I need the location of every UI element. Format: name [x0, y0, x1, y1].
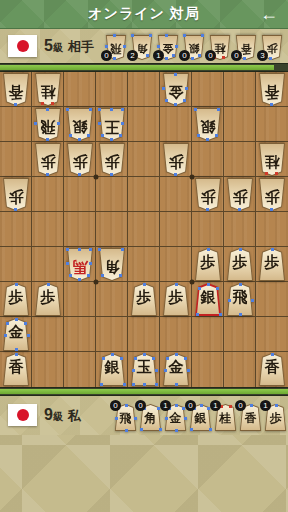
- move-direction-dot: [110, 138, 113, 141]
- board-cell-1-8[interactable]: 金: [0, 317, 32, 352]
- shogi-piece-歩[interactable]: 歩: [194, 248, 222, 281]
- move-direction-dot: [164, 369, 167, 372]
- board-cell-9-2[interactable]: [256, 107, 288, 142]
- board-cell-1-4[interactable]: 歩: [0, 177, 32, 212]
- piece-kanji: 歩: [98, 154, 126, 169]
- move-direction-dot: [174, 173, 177, 176]
- move-direction-dot: [201, 35, 204, 38]
- move-direction-dot: [198, 54, 201, 57]
- opponent-name: 相手: [68, 39, 94, 54]
- piece-kanji: 金: [2, 325, 30, 340]
- shogi-piece-歩[interactable]: 歩: [226, 248, 254, 281]
- my-hand-tray: 飛0角0金1銀0桂1香0歩1: [112, 402, 287, 432]
- move-direction-dot: [89, 248, 92, 251]
- board-cell-3-9[interactable]: [64, 352, 96, 387]
- board-cell-1-1[interactable]: 香: [0, 72, 32, 107]
- my-time-fill: [0, 389, 288, 394]
- move-direction-dot: [121, 108, 124, 111]
- move-direction-dot: [216, 287, 219, 290]
- board-cell-6-4[interactable]: [160, 177, 192, 212]
- board-cell-5-7[interactable]: 歩: [128, 282, 160, 317]
- move-direction-dot: [200, 404, 203, 407]
- shogi-piece-香[interactable]: 香: [2, 73, 30, 106]
- board-cell-5-9[interactable]: 玉: [128, 352, 160, 387]
- move-direction-dot: [6, 322, 9, 325]
- move-direction-dot: [190, 428, 193, 431]
- piece-kanji: 香: [258, 84, 286, 99]
- piece-kanji: 桂: [214, 412, 237, 424]
- move-direction-dot: [239, 248, 242, 251]
- board-cell-8-8[interactable]: [224, 317, 256, 352]
- piece-kanji: 歩: [162, 290, 190, 305]
- board-cell-7-8[interactable]: [192, 317, 224, 352]
- opponent-bar: 5級相手 飛0角2金1銀0桂0香0歩3: [0, 29, 288, 63]
- board-cell-7-1[interactable]: [192, 72, 224, 107]
- board-cell-4-6[interactable]: 角: [96, 247, 128, 282]
- board-cell-4-2[interactable]: 王: [96, 107, 128, 142]
- move-direction-dot: [165, 417, 168, 420]
- move-direction-dot: [175, 283, 178, 286]
- piece-kanji: 玉: [130, 360, 158, 375]
- move-direction-dot: [175, 429, 178, 432]
- shogi-piece-歩[interactable]: 歩: [162, 283, 190, 316]
- move-direction-dot: [207, 283, 210, 286]
- hand-slot-飛[interactable]: 飛0: [103, 33, 129, 61]
- board-cell-5-1[interactable]: [128, 72, 160, 107]
- board-cell-6-7[interactable]: 歩: [160, 282, 192, 317]
- my-label: 9級私: [44, 406, 81, 425]
- shogi-piece-歩[interactable]: 歩: [2, 283, 30, 316]
- move-direction-dot: [165, 99, 168, 102]
- board-cell-8-2[interactable]: [224, 107, 256, 142]
- board-cell-9-3[interactable]: 桂: [256, 142, 288, 177]
- move-direction-dot: [196, 313, 199, 316]
- move-direction-dot: [123, 383, 126, 386]
- move-direction-dot: [175, 353, 178, 356]
- hand-slot-香[interactable]: 香0: [233, 33, 259, 61]
- shogi-piece-馬[interactable]: 馬: [66, 248, 94, 281]
- board-cell-6-1[interactable]: 金: [160, 72, 192, 107]
- move-direction-dot: [222, 56, 225, 59]
- board-cell-3-1[interactable]: [64, 72, 96, 107]
- shogi-piece-銀[interactable]: 銀: [98, 353, 126, 386]
- back-button[interactable]: ←: [260, 2, 278, 26]
- board-cell-7-9[interactable]: [192, 352, 224, 387]
- board-cell-2-2[interactable]: 飛: [32, 107, 64, 142]
- board-cell-1-9[interactable]: 香: [0, 352, 32, 387]
- move-direction-dot: [250, 404, 253, 407]
- move-direction-dot: [132, 369, 135, 372]
- opponent-label: 5級相手: [44, 37, 94, 56]
- board-cell-7-6[interactable]: 歩: [192, 247, 224, 282]
- opponent-hand-tray: 飛0角2金1銀0桂0香0歩3: [103, 33, 285, 61]
- board-cell-5-6[interactable]: [128, 247, 160, 282]
- shogi-piece-歩[interactable]: 歩: [258, 248, 286, 281]
- move-direction-dot: [215, 134, 218, 137]
- piece-kanji: 歩: [194, 189, 222, 204]
- shogi-piece-桂[interactable]: 桂: [258, 143, 286, 176]
- shogi-piece-桂[interactable]: 桂: [34, 73, 62, 106]
- shogi-piece-歩[interactable]: 歩: [226, 178, 254, 211]
- board-cell-4-7[interactable]: [96, 282, 128, 317]
- shogi-piece-歩[interactable]: 歩: [194, 178, 222, 211]
- shogi-piece-金[interactable]: 金: [162, 73, 190, 106]
- board-cell-8-4[interactable]: 歩: [224, 177, 256, 212]
- move-direction-dot: [239, 313, 242, 316]
- back-arrow-icon: ←: [260, 4, 278, 24]
- move-direction-dot: [51, 102, 54, 105]
- opponent-time-fill: [0, 65, 274, 70]
- board-cell-6-9[interactable]: 金: [160, 352, 192, 387]
- move-direction-dot: [183, 99, 186, 102]
- page-title: オンライン 対局: [0, 5, 288, 23]
- board-cell-2-6[interactable]: [32, 247, 64, 282]
- piece-kanji: 歩: [2, 290, 30, 305]
- opponent-rank: 5: [44, 37, 53, 54]
- move-direction-dot: [57, 122, 60, 125]
- move-direction-dot: [46, 138, 49, 141]
- move-direction-dot: [157, 45, 160, 48]
- move-direction-dot: [194, 108, 197, 111]
- move-direction-dot: [265, 172, 268, 175]
- board-cell-4-8[interactable]: [96, 317, 128, 352]
- piece-kanji: 桂: [34, 84, 62, 99]
- shogi-piece-歩[interactable]: 歩: [34, 143, 62, 176]
- shogi-piece-歩[interactable]: 歩: [2, 178, 30, 211]
- board-cell-3-4[interactable]: [64, 177, 96, 212]
- japan-flag-sun: [17, 40, 29, 52]
- move-direction-dot: [269, 57, 272, 60]
- piece-kanji: 歩: [130, 290, 158, 305]
- move-direction-dot: [66, 108, 69, 111]
- move-direction-dot: [15, 348, 18, 351]
- move-direction-dot: [98, 122, 101, 125]
- piece-kanji: 銀: [194, 290, 222, 305]
- hand-slot-飛[interactable]: 飛0: [112, 402, 137, 432]
- move-direction-dot: [131, 35, 134, 38]
- shogi-piece-歩[interactable]: 歩: [258, 178, 286, 211]
- count-badge: 0: [185, 400, 196, 411]
- move-direction-dot: [155, 369, 158, 372]
- board-cell-4-3[interactable]: 歩: [96, 142, 128, 177]
- shogi-piece-香[interactable]: 香: [2, 353, 30, 386]
- board-cell-9-1[interactable]: 香: [256, 72, 288, 107]
- move-direction-dot: [175, 45, 178, 48]
- move-direction-dot: [143, 383, 146, 386]
- move-direction-dot: [206, 208, 209, 211]
- move-direction-dot: [69, 274, 72, 277]
- piece-kanji: 銀: [194, 119, 222, 134]
- move-direction-dot: [174, 73, 177, 76]
- board-cell-9-6[interactable]: 歩: [256, 247, 288, 282]
- opponent-time-bar: [0, 63, 288, 72]
- move-direction-dot: [155, 383, 158, 386]
- shogi-piece-香[interactable]: 香: [258, 353, 286, 386]
- move-direction-dot: [217, 108, 220, 111]
- board-cell-3-6[interactable]: 馬: [64, 247, 96, 282]
- move-direction-dot: [101, 274, 104, 277]
- move-direction-dot: [175, 383, 178, 386]
- move-direction-dot: [15, 318, 18, 321]
- move-direction-dot: [152, 357, 155, 360]
- move-direction-dot: [146, 54, 149, 57]
- piece-kanji: 歩: [34, 290, 62, 305]
- shogi-piece-歩[interactable]: 歩: [66, 143, 94, 176]
- board-cell-8-7[interactable]: 飛: [224, 282, 256, 317]
- move-direction-dot: [119, 274, 122, 277]
- piece-kanji: 歩: [66, 154, 94, 169]
- board-cell-6-2[interactable]: [160, 107, 192, 142]
- move-direction-dot: [185, 87, 188, 90]
- board-cell-9-8[interactable]: [256, 317, 288, 352]
- move-direction-dot: [110, 108, 113, 111]
- count-badge: 1: [160, 400, 171, 411]
- piece-kanji: 歩: [226, 255, 254, 270]
- shogi-piece-金[interactable]: 金: [162, 353, 190, 386]
- move-direction-dot: [78, 248, 81, 251]
- board-cell-3-2[interactable]: 銀: [64, 107, 96, 142]
- piece-kanji: 香: [2, 360, 30, 375]
- move-direction-dot: [166, 357, 169, 360]
- board-cell-2-4[interactable]: [32, 177, 64, 212]
- shogi-piece-金[interactable]: 金: [2, 318, 30, 351]
- shogi-piece-歩[interactable]: 歩: [130, 283, 158, 316]
- board-cell-5-4[interactable]: [128, 177, 160, 212]
- board-cell-6-8[interactable]: [160, 317, 192, 352]
- piece-kanji: 歩: [2, 189, 30, 204]
- hand-slot-歩[interactable]: 歩3: [259, 33, 285, 61]
- board-cell-9-7[interactable]: [256, 282, 288, 317]
- board-cell-2-8[interactable]: [32, 317, 64, 352]
- shogi-app: オンライン 対局 ← 5級相手 飛0角2金1銀0桂0香0歩3 香桂金香飛銀王銀歩…: [0, 0, 288, 512]
- board-cell-8-1[interactable]: [224, 72, 256, 107]
- piece-kanji: 香: [239, 412, 262, 424]
- hand-slot-金[interactable]: 金1: [155, 33, 181, 61]
- move-direction-dot: [105, 45, 108, 48]
- shogi-piece-飛[interactable]: 飛: [226, 283, 254, 316]
- shogi-board: 香桂金香飛銀王銀歩歩歩歩桂歩歩歩歩馬角歩歩歩歩歩歩歩銀飛金香銀玉金香: [0, 72, 288, 387]
- piece-kanji: 歩: [264, 412, 287, 424]
- shogi-piece-王[interactable]: 王: [98, 108, 126, 141]
- shogi-piece-銀[interactable]: 銀: [194, 283, 222, 316]
- move-direction-dot: [47, 283, 50, 286]
- shogi-piece-飛[interactable]: 飛: [34, 108, 62, 141]
- board-cell-5-3[interactable]: [128, 142, 160, 177]
- piece-kanji: 香: [258, 360, 286, 375]
- move-direction-dot: [120, 357, 123, 360]
- hand-slot-香[interactable]: 香0: [237, 402, 262, 432]
- move-direction-dot: [228, 299, 231, 302]
- move-direction-dot: [27, 334, 30, 337]
- move-direction-dot: [66, 262, 69, 265]
- piece-kanji: 金: [162, 360, 190, 375]
- count-badge: 1: [153, 50, 164, 61]
- piece-kanji: 銀: [98, 360, 126, 375]
- count-badge: 0: [179, 50, 190, 61]
- hand-slot-金[interactable]: 金1: [162, 402, 187, 432]
- board-cell-2-9[interactable]: [32, 352, 64, 387]
- move-direction-dot: [140, 428, 143, 431]
- opponent-rank-suffix: 級: [53, 42, 63, 53]
- background-pattern: [0, 435, 288, 512]
- move-direction-dot: [119, 134, 122, 137]
- my-rank: 9: [44, 406, 53, 423]
- board-cell-6-3[interactable]: 歩: [160, 142, 192, 177]
- board-cell-1-7[interactable]: 歩: [0, 282, 32, 317]
- hand-slot-角[interactable]: 角2: [129, 33, 155, 61]
- board-cell-1-3[interactable]: [0, 142, 32, 177]
- shogi-piece-歩[interactable]: 歩: [162, 143, 190, 176]
- hand-slot-銀[interactable]: 銀0: [187, 402, 212, 432]
- move-direction-dot: [175, 404, 178, 407]
- board-cell-9-9[interactable]: 香: [256, 352, 288, 387]
- move-direction-dot: [113, 34, 116, 37]
- move-direction-dot: [183, 35, 186, 38]
- move-direction-dot: [162, 87, 165, 90]
- move-direction-dot: [165, 57, 168, 60]
- board-cell-2-3[interactable]: 歩: [32, 142, 64, 177]
- board-cell-9-5[interactable]: [256, 212, 288, 247]
- board-cell-3-7[interactable]: [64, 282, 96, 317]
- move-direction-dot: [198, 287, 201, 290]
- move-direction-dot: [251, 299, 254, 302]
- board-cell-2-7[interactable]: 歩: [32, 282, 64, 317]
- hand-slot-桂[interactable]: 桂0: [207, 33, 233, 61]
- board-cell-8-5[interactable]: [224, 212, 256, 247]
- move-direction-dot: [271, 353, 274, 356]
- move-direction-dot: [24, 322, 27, 325]
- shogi-piece-歩[interactable]: 歩: [34, 283, 62, 316]
- move-direction-dot: [14, 208, 17, 211]
- board-cell-3-3[interactable]: 歩: [64, 142, 96, 177]
- app-header: オンライン 対局 ←: [0, 0, 288, 29]
- move-direction-dot: [46, 108, 49, 111]
- shogi-piece-銀[interactable]: 銀: [194, 108, 222, 141]
- board-cell-7-7[interactable]: 銀: [192, 282, 224, 317]
- board-cell-6-5[interactable]: [160, 212, 192, 247]
- move-direction-dot: [69, 134, 72, 137]
- board-cell-8-9[interactable]: [224, 352, 256, 387]
- piece-kanji: 歩: [258, 255, 286, 270]
- board-cell-4-1[interactable]: [96, 72, 128, 107]
- piece-kanji: 角: [139, 412, 162, 424]
- move-direction-dot: [172, 54, 175, 57]
- move-direction-dot: [113, 57, 116, 60]
- move-direction-dot: [41, 102, 44, 105]
- board-cell-4-9[interactable]: 銀: [96, 352, 128, 387]
- shogi-piece-銀[interactable]: 銀: [66, 108, 94, 141]
- board-cell-4-5[interactable]: [96, 212, 128, 247]
- shogi-piece-香[interactable]: 香: [258, 73, 286, 106]
- move-direction-dot: [89, 108, 92, 111]
- hand-slot-角[interactable]: 角0: [137, 402, 162, 432]
- move-direction-dot: [89, 262, 92, 265]
- move-direction-dot: [275, 172, 278, 175]
- shogi-piece-角[interactable]: 角: [98, 248, 126, 281]
- piece-kanji: 歩: [194, 255, 222, 270]
- board-cell-5-8[interactable]: [128, 317, 160, 352]
- move-direction-dot: [191, 57, 194, 60]
- piece-kanji: 歩: [34, 154, 62, 169]
- move-direction-dot: [87, 134, 90, 137]
- piece-kanji: 銀: [189, 412, 212, 424]
- board-cell-3-8[interactable]: [64, 317, 96, 352]
- move-direction-dot: [110, 173, 113, 176]
- japan-flag-sun: [17, 409, 29, 421]
- move-direction-dot: [102, 357, 105, 360]
- move-direction-dot: [123, 45, 126, 48]
- count-badge: 0: [235, 400, 246, 411]
- count-badge: 3: [257, 50, 268, 61]
- board-cell-1-2[interactable]: [0, 107, 32, 142]
- piece-kanji: 歩: [258, 189, 286, 204]
- move-direction-dot: [197, 134, 200, 137]
- board-cell-2-1[interactable]: 桂: [32, 72, 64, 107]
- count-badge: 0: [231, 50, 242, 61]
- board-cell-9-4[interactable]: 歩: [256, 177, 288, 212]
- move-direction-dot: [121, 248, 124, 251]
- move-direction-dot: [34, 122, 37, 125]
- shogi-piece-歩[interactable]: 歩: [98, 143, 126, 176]
- move-direction-dot: [134, 357, 137, 360]
- move-direction-dot: [111, 353, 114, 356]
- board-cell-7-4[interactable]: 歩: [192, 177, 224, 212]
- move-direction-dot: [207, 248, 210, 251]
- my-name: 私: [68, 408, 81, 423]
- move-direction-dot: [98, 248, 101, 251]
- move-direction-dot: [219, 313, 222, 316]
- move-direction-dot: [100, 383, 103, 386]
- move-direction-dot: [174, 103, 177, 106]
- count-badge: 0: [110, 400, 121, 411]
- move-direction-dot: [132, 383, 135, 386]
- board-cell-7-3[interactable]: [192, 142, 224, 177]
- move-direction-dot: [238, 208, 241, 211]
- shogi-piece-玉[interactable]: 玉: [130, 353, 158, 386]
- piece-kanji: 歩: [226, 189, 254, 204]
- move-direction-dot: [165, 34, 168, 37]
- board-cell-8-3[interactable]: [224, 142, 256, 177]
- move-direction-dot: [87, 274, 90, 277]
- move-direction-dot: [243, 57, 246, 60]
- board-cell-1-5[interactable]: [0, 212, 32, 247]
- board-cell-2-5[interactable]: [32, 212, 64, 247]
- board-cell-7-5[interactable]: [192, 212, 224, 247]
- board-cell-6-6[interactable]: [160, 247, 192, 282]
- board-cell-1-6[interactable]: [0, 247, 32, 282]
- move-direction-dot: [143, 353, 146, 356]
- move-direction-dot: [4, 334, 7, 337]
- move-direction-dot: [14, 103, 17, 106]
- board-cell-7-2[interactable]: 銀: [192, 107, 224, 142]
- piece-kanji: 香: [2, 84, 30, 99]
- hand-slot-桂[interactable]: 桂1: [212, 402, 237, 432]
- my-time-bar: [0, 387, 288, 396]
- move-direction-dot: [46, 173, 49, 176]
- move-direction-dot: [98, 108, 101, 111]
- hand-slot-歩[interactable]: 歩1: [262, 402, 287, 432]
- hand-slot-銀[interactable]: 銀0: [181, 33, 207, 61]
- board-cell-8-6[interactable]: 歩: [224, 247, 256, 282]
- board-cell-5-5[interactable]: [128, 212, 160, 247]
- move-direction-dot: [15, 283, 18, 286]
- move-direction-dot: [143, 283, 146, 286]
- board-cell-4-4[interactable]: [96, 177, 128, 212]
- board-cell-3-5[interactable]: [64, 212, 96, 247]
- count-badge: 0: [135, 400, 146, 411]
- move-direction-dot: [229, 405, 232, 408]
- board-cell-5-2[interactable]: [128, 107, 160, 142]
